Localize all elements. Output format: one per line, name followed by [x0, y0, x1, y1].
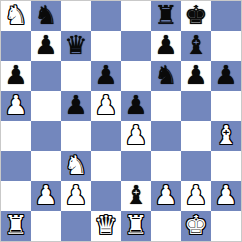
square-g1[interactable]: ♚: [181, 211, 211, 241]
square-e4[interactable]: ♟: [121, 121, 151, 151]
black-pawn[interactable]: ♟: [154, 31, 177, 60]
square-c2[interactable]: ♟: [61, 181, 91, 211]
square-a5[interactable]: ♟: [1, 91, 31, 121]
black-rook[interactable]: ♜: [154, 1, 177, 30]
square-a1[interactable]: ♜: [1, 211, 31, 241]
white-pawn[interactable]: ♟: [214, 181, 237, 210]
square-b7[interactable]: ♟: [31, 31, 61, 61]
square-d4[interactable]: [91, 121, 121, 151]
square-e6[interactable]: [121, 61, 151, 91]
square-h3[interactable]: [211, 151, 241, 181]
square-h7[interactable]: [211, 31, 241, 61]
square-g5[interactable]: [181, 91, 211, 121]
square-g6[interactable]: ♟: [181, 61, 211, 91]
square-e5[interactable]: ♟: [121, 91, 151, 121]
square-a7[interactable]: [1, 31, 31, 61]
square-a8[interactable]: ♞: [1, 1, 31, 31]
white-rook[interactable]: ♜: [4, 211, 27, 240]
square-h8[interactable]: [211, 1, 241, 31]
square-f3[interactable]: [151, 151, 181, 181]
square-d2[interactable]: [91, 181, 121, 211]
square-f2[interactable]: ♟: [151, 181, 181, 211]
square-d8[interactable]: [91, 1, 121, 31]
square-e1[interactable]: ♜: [121, 211, 151, 241]
chess-board: ♞♞♜♚♟♛♟♝♟♟♞♟♟♟♟♟♟♟♝♞♟♟♝♟♟♟♜♛♜♚: [0, 0, 242, 242]
black-bishop[interactable]: ♝: [124, 181, 147, 210]
white-pawn[interactable]: ♟: [4, 91, 27, 120]
square-b3[interactable]: [31, 151, 61, 181]
square-a4[interactable]: [1, 121, 31, 151]
white-pawn[interactable]: ♟: [64, 181, 87, 210]
black-pawn[interactable]: ♟: [64, 91, 87, 120]
square-a2[interactable]: [1, 181, 31, 211]
black-pawn[interactable]: ♟: [214, 61, 237, 90]
square-a6[interactable]: ♟: [1, 61, 31, 91]
square-g8[interactable]: ♚: [181, 1, 211, 31]
square-d1[interactable]: ♛: [91, 211, 121, 241]
square-b8[interactable]: ♞: [31, 1, 61, 31]
square-e7[interactable]: [121, 31, 151, 61]
square-b4[interactable]: [31, 121, 61, 151]
square-g7[interactable]: ♝: [181, 31, 211, 61]
square-c7[interactable]: ♛: [61, 31, 91, 61]
black-king[interactable]: ♚: [184, 1, 207, 30]
square-c5[interactable]: ♟: [61, 91, 91, 121]
black-pawn[interactable]: ♟: [34, 31, 57, 60]
square-h1[interactable]: [211, 211, 241, 241]
white-king[interactable]: ♚: [184, 211, 207, 240]
chess-board-container: ♞♞♜♚♟♛♟♝♟♟♞♟♟♟♟♟♟♟♝♞♟♟♝♟♟♟♜♛♜♚: [0, 0, 242, 242]
black-pawn[interactable]: ♟: [184, 61, 207, 90]
square-h5[interactable]: [211, 91, 241, 121]
white-pawn[interactable]: ♟: [154, 181, 177, 210]
square-d7[interactable]: [91, 31, 121, 61]
square-g3[interactable]: [181, 151, 211, 181]
black-pawn[interactable]: ♟: [4, 61, 27, 90]
white-knight[interactable]: ♞: [4, 1, 27, 30]
square-b2[interactable]: ♟: [31, 181, 61, 211]
black-knight[interactable]: ♞: [34, 1, 57, 30]
square-h4[interactable]: ♝: [211, 121, 241, 151]
black-queen[interactable]: ♛: [64, 31, 87, 60]
square-f7[interactable]: ♟: [151, 31, 181, 61]
square-g4[interactable]: [181, 121, 211, 151]
square-f6[interactable]: ♞: [151, 61, 181, 91]
black-pawn[interactable]: ♟: [124, 91, 147, 120]
black-knight[interactable]: ♞: [154, 61, 177, 90]
square-e8[interactable]: [121, 1, 151, 31]
square-d5[interactable]: ♟: [91, 91, 121, 121]
square-h6[interactable]: ♟: [211, 61, 241, 91]
square-f1[interactable]: [151, 211, 181, 241]
square-e2[interactable]: ♝: [121, 181, 151, 211]
white-bishop[interactable]: ♝: [214, 121, 237, 150]
square-g2[interactable]: ♟: [181, 181, 211, 211]
white-rook[interactable]: ♜: [124, 211, 147, 240]
white-knight[interactable]: ♞: [64, 151, 87, 180]
square-a3[interactable]: [1, 151, 31, 181]
square-b1[interactable]: [31, 211, 61, 241]
square-f8[interactable]: ♜: [151, 1, 181, 31]
square-e3[interactable]: [121, 151, 151, 181]
square-c6[interactable]: [61, 61, 91, 91]
black-bishop[interactable]: ♝: [184, 31, 207, 60]
square-c4[interactable]: [61, 121, 91, 151]
black-pawn[interactable]: ♟: [94, 61, 117, 90]
square-b6[interactable]: [31, 61, 61, 91]
white-queen[interactable]: ♛: [94, 211, 117, 240]
square-f5[interactable]: [151, 91, 181, 121]
square-b5[interactable]: [31, 91, 61, 121]
square-c8[interactable]: [61, 1, 91, 31]
white-pawn[interactable]: ♟: [124, 121, 147, 150]
white-pawn[interactable]: ♟: [184, 181, 207, 210]
square-d3[interactable]: [91, 151, 121, 181]
white-pawn[interactable]: ♟: [34, 181, 57, 210]
square-f4[interactable]: [151, 121, 181, 151]
white-pawn[interactable]: ♟: [94, 91, 117, 120]
square-c3[interactable]: ♞: [61, 151, 91, 181]
square-c1[interactable]: [61, 211, 91, 241]
square-d6[interactable]: ♟: [91, 61, 121, 91]
square-h2[interactable]: ♟: [211, 181, 241, 211]
